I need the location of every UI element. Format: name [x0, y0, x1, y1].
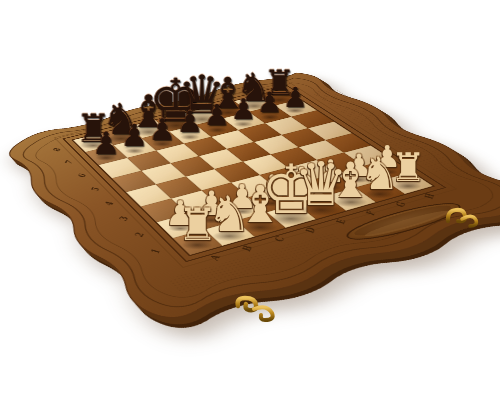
- chess-set-photo: 8 7 6 5 4 3 2 1 A B C D E F G H ♜♞♝♚♛♝♞♜…: [0, 0, 500, 400]
- brass-foot-icon: [234, 294, 278, 326]
- brass-clasp-icon: [444, 203, 480, 233]
- board-plane: 8 7 6 5 4 3 2 1 A B C D E F G H: [73, 89, 433, 255]
